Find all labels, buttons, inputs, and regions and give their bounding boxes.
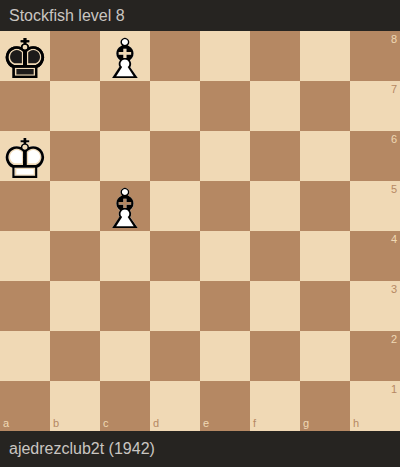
coord-file-a: a <box>3 418 9 429</box>
square-g8[interactable] <box>300 31 350 81</box>
coord-file-e: e <box>203 418 209 429</box>
square-d2[interactable] <box>150 331 200 381</box>
square-h2[interactable]: 2 <box>350 331 400 381</box>
square-g4[interactable] <box>300 231 350 281</box>
square-c3[interactable] <box>100 281 150 331</box>
white-bishop[interactable]: ♝♗ <box>100 181 150 231</box>
square-h8[interactable]: 8 <box>350 31 400 81</box>
square-e3[interactable] <box>200 281 250 331</box>
square-b7[interactable] <box>50 81 100 131</box>
square-b5[interactable] <box>50 181 100 231</box>
square-f3[interactable] <box>250 281 300 331</box>
piece-fill: ♝ <box>100 32 150 87</box>
square-f2[interactable] <box>250 331 300 381</box>
square-b8[interactable] <box>50 31 100 81</box>
square-h3[interactable]: 3 <box>350 281 400 331</box>
square-e2[interactable] <box>200 331 250 381</box>
square-d7[interactable] <box>150 81 200 131</box>
square-f4[interactable] <box>250 231 300 281</box>
square-d8[interactable] <box>150 31 200 81</box>
square-f7[interactable] <box>250 81 300 131</box>
square-e8[interactable] <box>200 31 250 81</box>
square-b1[interactable]: b <box>50 381 100 431</box>
square-c2[interactable] <box>100 331 150 381</box>
square-g2[interactable] <box>300 331 350 381</box>
white-king[interactable]: ♚♔ <box>0 131 50 181</box>
coord-file-g: g <box>303 418 309 429</box>
square-h7[interactable]: 7 <box>350 81 400 131</box>
square-e4[interactable] <box>200 231 250 281</box>
coord-rank-5: 5 <box>391 184 397 195</box>
square-e5[interactable] <box>200 181 250 231</box>
square-c8[interactable]: ♝♗ <box>100 31 150 81</box>
piece-fill: ♚ <box>0 32 50 87</box>
white-bishop[interactable]: ♝♗ <box>100 31 150 81</box>
square-g6[interactable] <box>300 131 350 181</box>
coord-file-d: d <box>153 418 159 429</box>
square-g1[interactable]: g <box>300 381 350 431</box>
square-e7[interactable] <box>200 81 250 131</box>
square-f6[interactable] <box>250 131 300 181</box>
square-c5[interactable]: ♝♗ <box>100 181 150 231</box>
piece-fill: ♝ <box>100 182 150 237</box>
square-b3[interactable] <box>50 281 100 331</box>
coord-rank-2: 2 <box>391 334 397 345</box>
square-a6[interactable]: ♚♔ <box>0 131 50 181</box>
coord-file-f: f <box>253 418 256 429</box>
coord-rank-1: 1 <box>391 384 397 395</box>
coord-file-h: h <box>353 418 359 429</box>
square-d4[interactable] <box>150 231 200 281</box>
piece-outline: ♔ <box>0 32 50 87</box>
square-h5[interactable]: 5 <box>350 181 400 231</box>
piece-outline: ♔ <box>0 132 50 187</box>
square-c4[interactable] <box>100 231 150 281</box>
square-e6[interactable] <box>200 131 250 181</box>
chess-board[interactable]: ♚♔♝♗87♚♔6♝♗5432abcdefg1h <box>0 31 400 431</box>
coord-rank-8: 8 <box>391 34 397 45</box>
square-a8[interactable]: ♚♔ <box>0 31 50 81</box>
player-name: ajedrezclub2t (1942) <box>9 440 155 458</box>
square-a4[interactable] <box>0 231 50 281</box>
square-d1[interactable]: d <box>150 381 200 431</box>
square-h6[interactable]: 6 <box>350 131 400 181</box>
square-b4[interactable] <box>50 231 100 281</box>
square-h4[interactable]: 4 <box>350 231 400 281</box>
square-c7[interactable] <box>100 81 150 131</box>
player-bar: ajedrezclub2t (1942) <box>0 431 400 467</box>
piece-fill: ♚ <box>0 132 50 187</box>
coord-rank-4: 4 <box>391 234 397 245</box>
coord-file-c: c <box>103 418 109 429</box>
square-f1[interactable]: f <box>250 381 300 431</box>
piece-outline: ♗ <box>100 182 150 237</box>
square-a3[interactable] <box>0 281 50 331</box>
square-a1[interactable]: a <box>0 381 50 431</box>
square-b6[interactable] <box>50 131 100 181</box>
black-king[interactable]: ♚♔ <box>0 31 50 81</box>
coord-rank-7: 7 <box>391 84 397 95</box>
coord-rank-6: 6 <box>391 134 397 145</box>
coord-file-b: b <box>53 418 59 429</box>
opponent-name: Stockfish level 8 <box>9 7 125 25</box>
square-g7[interactable] <box>300 81 350 131</box>
square-b2[interactable] <box>50 331 100 381</box>
square-h1[interactable]: 1h <box>350 381 400 431</box>
square-d6[interactable] <box>150 131 200 181</box>
square-c6[interactable] <box>100 131 150 181</box>
square-a2[interactable] <box>0 331 50 381</box>
square-a5[interactable] <box>0 181 50 231</box>
square-d5[interactable] <box>150 181 200 231</box>
opponent-bar: Stockfish level 8 <box>0 0 400 31</box>
square-a7[interactable] <box>0 81 50 131</box>
square-f5[interactable] <box>250 181 300 231</box>
piece-outline: ♗ <box>100 32 150 87</box>
square-g5[interactable] <box>300 181 350 231</box>
square-e1[interactable]: e <box>200 381 250 431</box>
square-c1[interactable]: c <box>100 381 150 431</box>
square-g3[interactable] <box>300 281 350 331</box>
square-f8[interactable] <box>250 31 300 81</box>
square-d3[interactable] <box>150 281 200 331</box>
coord-rank-3: 3 <box>391 284 397 295</box>
